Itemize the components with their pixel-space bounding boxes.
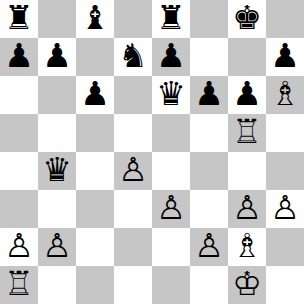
piece-white-bishop: ♗ (270, 76, 300, 113)
square-a5[interactable] (0, 114, 38, 152)
square-g5[interactable]: ♖ (228, 114, 266, 152)
square-c5[interactable] (76, 114, 114, 152)
square-g3[interactable]: ♙ (228, 190, 266, 228)
square-a6[interactable] (0, 76, 38, 114)
piece-black-knight: ♞ (118, 38, 148, 75)
square-g2[interactable]: ♗ (228, 228, 266, 266)
piece-black-bishop: ♝ (80, 0, 110, 37)
square-e6[interactable]: ♛ (152, 76, 190, 114)
square-c6[interactable]: ♟ (76, 76, 114, 114)
square-h6[interactable]: ♗ (266, 76, 304, 114)
square-a3[interactable] (0, 190, 38, 228)
square-g1[interactable]: ♔ (228, 266, 266, 304)
square-h5[interactable] (266, 114, 304, 152)
square-b8[interactable] (38, 0, 76, 38)
square-b7[interactable]: ♟ (38, 38, 76, 76)
square-f8[interactable] (190, 0, 228, 38)
piece-white-pawn: ♙ (232, 190, 262, 227)
piece-black-pawn: ♟ (232, 76, 262, 113)
square-a1[interactable]: ♖ (0, 266, 38, 304)
square-f5[interactable] (190, 114, 228, 152)
piece-black-pawn: ♟ (42, 38, 72, 75)
square-c2[interactable] (76, 228, 114, 266)
piece-white-bishop: ♗ (232, 228, 262, 265)
piece-white-pawn: ♙ (270, 190, 300, 227)
piece-white-pawn: ♙ (194, 228, 224, 265)
square-h4[interactable] (266, 152, 304, 190)
square-a2[interactable]: ♙ (0, 228, 38, 266)
square-b2[interactable]: ♙ (38, 228, 76, 266)
square-g4[interactable] (228, 152, 266, 190)
square-a4[interactable] (0, 152, 38, 190)
piece-black-pawn: ♟ (80, 76, 110, 113)
piece-black-queen: ♛ (156, 76, 186, 113)
square-c1[interactable] (76, 266, 114, 304)
square-d5[interactable] (114, 114, 152, 152)
square-d1[interactable] (114, 266, 152, 304)
square-b1[interactable] (38, 266, 76, 304)
square-e8[interactable]: ♜ (152, 0, 190, 38)
square-b6[interactable] (38, 76, 76, 114)
piece-white-rook: ♖ (4, 266, 34, 303)
square-c7[interactable] (76, 38, 114, 76)
piece-black-rook: ♜ (4, 0, 34, 37)
square-a7[interactable]: ♟ (0, 38, 38, 76)
piece-black-queen: ♛ (42, 152, 72, 189)
square-e7[interactable]: ♟ (152, 38, 190, 76)
piece-white-pawn: ♙ (4, 228, 34, 265)
square-f2[interactable]: ♙ (190, 228, 228, 266)
square-b4[interactable]: ♛ (38, 152, 76, 190)
square-d3[interactable] (114, 190, 152, 228)
square-h2[interactable] (266, 228, 304, 266)
piece-black-pawn: ♟ (194, 76, 224, 113)
square-c8[interactable]: ♝ (76, 0, 114, 38)
square-e3[interactable]: ♙ (152, 190, 190, 228)
piece-black-pawn: ♟ (270, 38, 300, 75)
square-b5[interactable] (38, 114, 76, 152)
square-h3[interactable]: ♙ (266, 190, 304, 228)
square-c3[interactable] (76, 190, 114, 228)
square-d2[interactable] (114, 228, 152, 266)
square-f1[interactable] (190, 266, 228, 304)
piece-white-pawn: ♙ (156, 190, 186, 227)
square-f3[interactable] (190, 190, 228, 228)
square-g7[interactable] (228, 38, 266, 76)
square-f6[interactable]: ♟ (190, 76, 228, 114)
square-g6[interactable]: ♟ (228, 76, 266, 114)
square-h7[interactable]: ♟ (266, 38, 304, 76)
square-d4[interactable]: ♙ (114, 152, 152, 190)
piece-white-king: ♔ (232, 266, 262, 303)
piece-white-pawn: ♙ (42, 228, 72, 265)
square-c4[interactable] (76, 152, 114, 190)
square-e5[interactable] (152, 114, 190, 152)
piece-black-pawn: ♟ (4, 38, 34, 75)
square-a8[interactable]: ♜ (0, 0, 38, 38)
square-g8[interactable]: ♚ (228, 0, 266, 38)
square-d7[interactable]: ♞ (114, 38, 152, 76)
square-h8[interactable] (266, 0, 304, 38)
piece-white-pawn: ♙ (118, 152, 148, 189)
piece-black-rook: ♜ (156, 0, 186, 37)
chess-board: ♜♝♜♚♟♟♞♟♟♟♛♟♟♗♖♛♙♙♙♙♙♙♙♗♖♔ (0, 0, 304, 304)
square-e2[interactable] (152, 228, 190, 266)
square-f7[interactable] (190, 38, 228, 76)
piece-black-king: ♚ (232, 0, 262, 37)
piece-white-rook: ♖ (232, 114, 262, 151)
piece-black-pawn: ♟ (156, 38, 186, 75)
square-b3[interactable] (38, 190, 76, 228)
square-d8[interactable] (114, 0, 152, 38)
square-f4[interactable] (190, 152, 228, 190)
square-e1[interactable] (152, 266, 190, 304)
square-d6[interactable] (114, 76, 152, 114)
square-e4[interactable] (152, 152, 190, 190)
square-h1[interactable] (266, 266, 304, 304)
